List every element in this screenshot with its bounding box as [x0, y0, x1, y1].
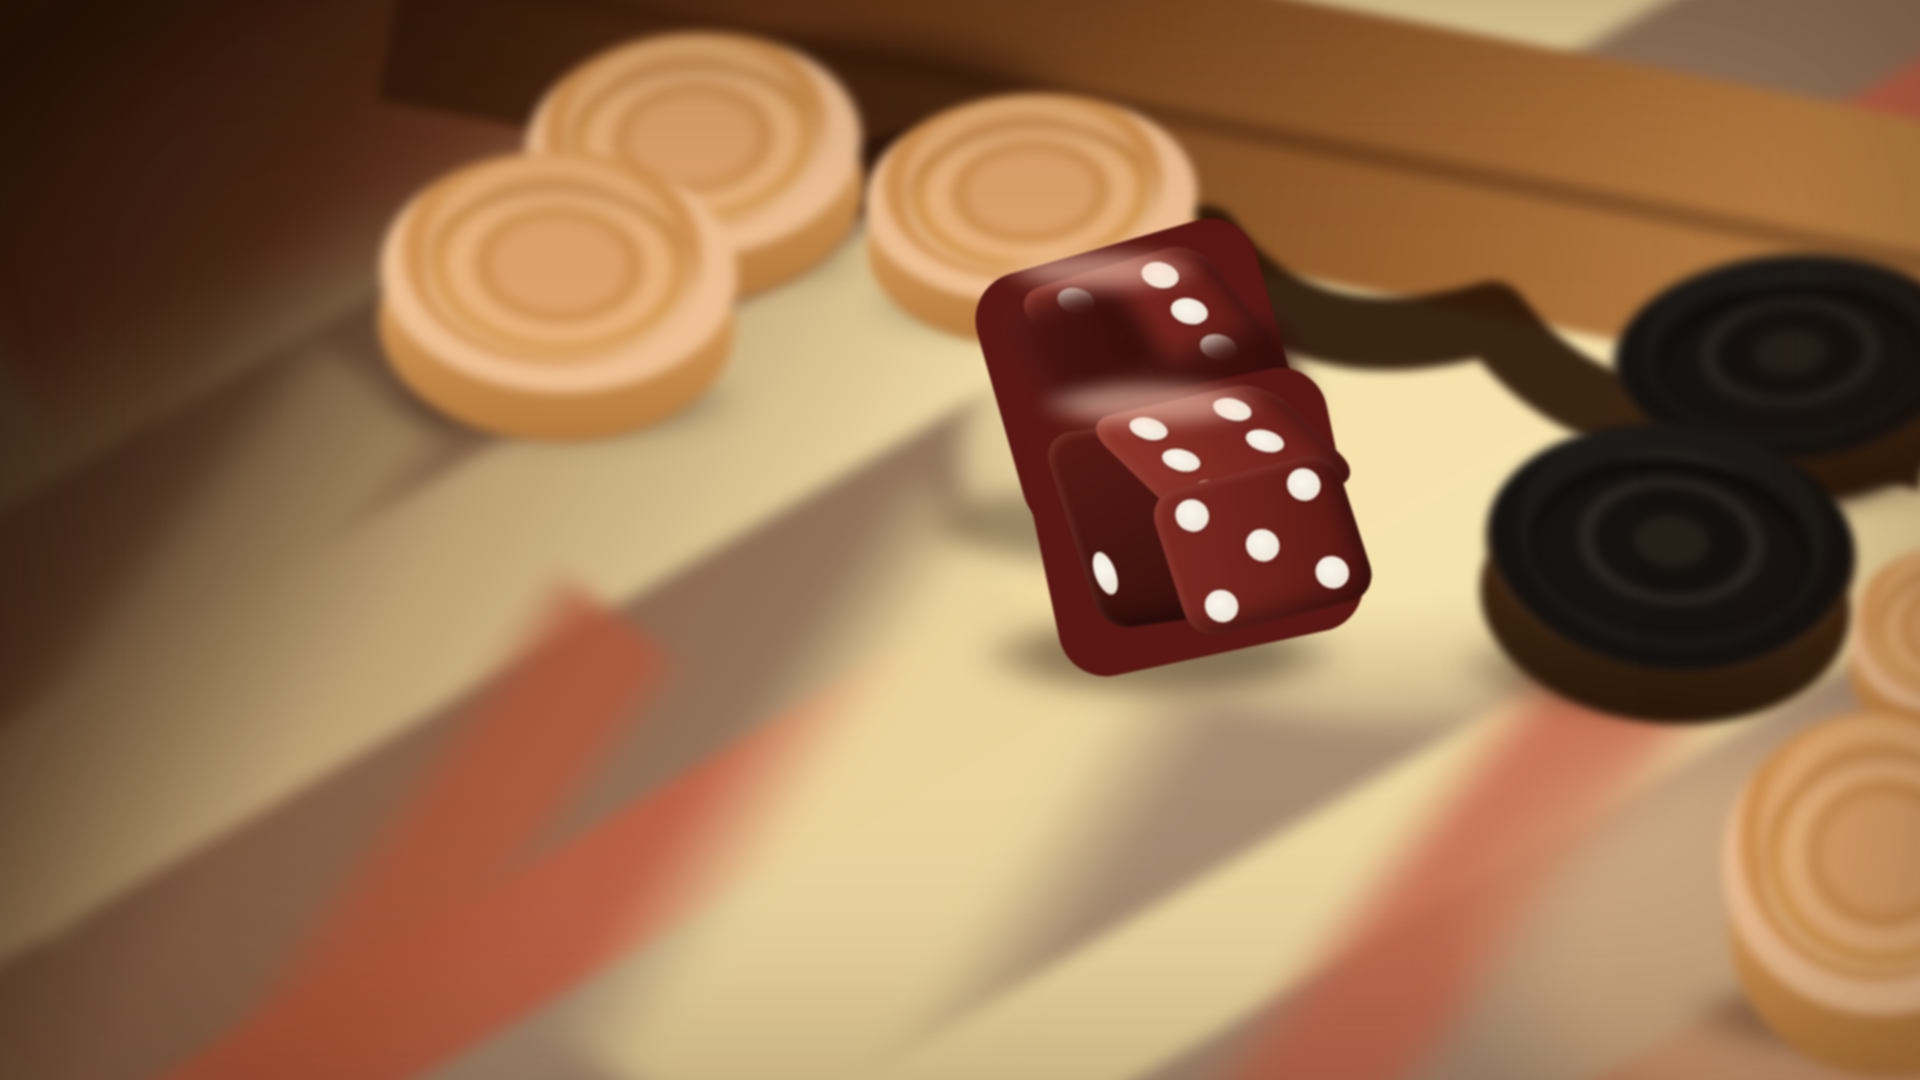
die-front-front-pip-4: [1201, 586, 1243, 625]
die-front[interactable]: [0, 0, 1920, 1080]
die-front-front-pip-5: [1311, 552, 1353, 591]
die-front-top-pip-5: [1238, 426, 1291, 455]
die-front-front-pip-3: [1242, 526, 1284, 565]
die-front-front-pip-1: [1172, 496, 1214, 535]
die-front-top-pip-2: [1154, 446, 1207, 475]
die-front-front-pip-2: [1282, 465, 1324, 504]
die-front-top-pip-1: [1121, 414, 1174, 443]
die-front-top-pip-4: [1205, 395, 1258, 424]
die-front-left-pip-1: [1088, 551, 1123, 596]
backgammon-photo-scene: [0, 0, 1920, 1080]
